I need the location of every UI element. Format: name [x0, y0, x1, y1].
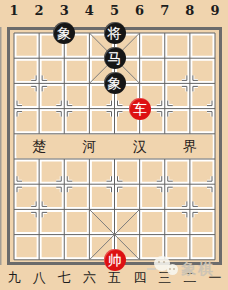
piece-black-elephant-center[interactable]: 象 — [104, 72, 126, 94]
wechat-icon-eye — [173, 268, 175, 270]
piece-red-chariot[interactable]: 车 — [129, 98, 151, 120]
wechat-icon-eye — [163, 261, 165, 263]
piece-red-general[interactable]: 帅 — [104, 249, 126, 271]
wechat-icon-eye — [169, 268, 171, 270]
wechat-icon-small-bubble — [167, 264, 178, 275]
watermark-text: 象棋 — [181, 260, 215, 279]
wechat-icon-eye — [158, 261, 160, 263]
piece-black-general[interactable]: 将 — [104, 22, 126, 44]
piece-black-horse[interactable]: 马 — [104, 47, 126, 69]
xiangqi-board-page: 123456789 楚河汉界 象将马象车帅 九八七六五四三二一 象棋 — [0, 0, 228, 290]
watermark-dash — [147, 268, 156, 270]
